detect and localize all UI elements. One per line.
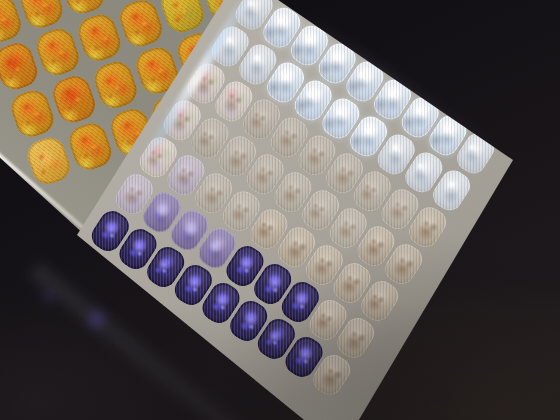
hologram-sticker	[157, 0, 208, 36]
hologram-sticker	[32, 24, 83, 79]
hologram-sticker	[90, 57, 141, 112]
hologram-sticker	[65, 119, 116, 174]
hologram-sticker	[49, 71, 100, 126]
hologram-sticker	[7, 86, 58, 141]
hologram-sticker	[74, 10, 125, 65]
hologram-sticker	[16, 0, 67, 32]
photo-stage	[0, 0, 560, 420]
hologram-sticker	[116, 0, 167, 50]
hologram-sticker	[0, 38, 41, 93]
